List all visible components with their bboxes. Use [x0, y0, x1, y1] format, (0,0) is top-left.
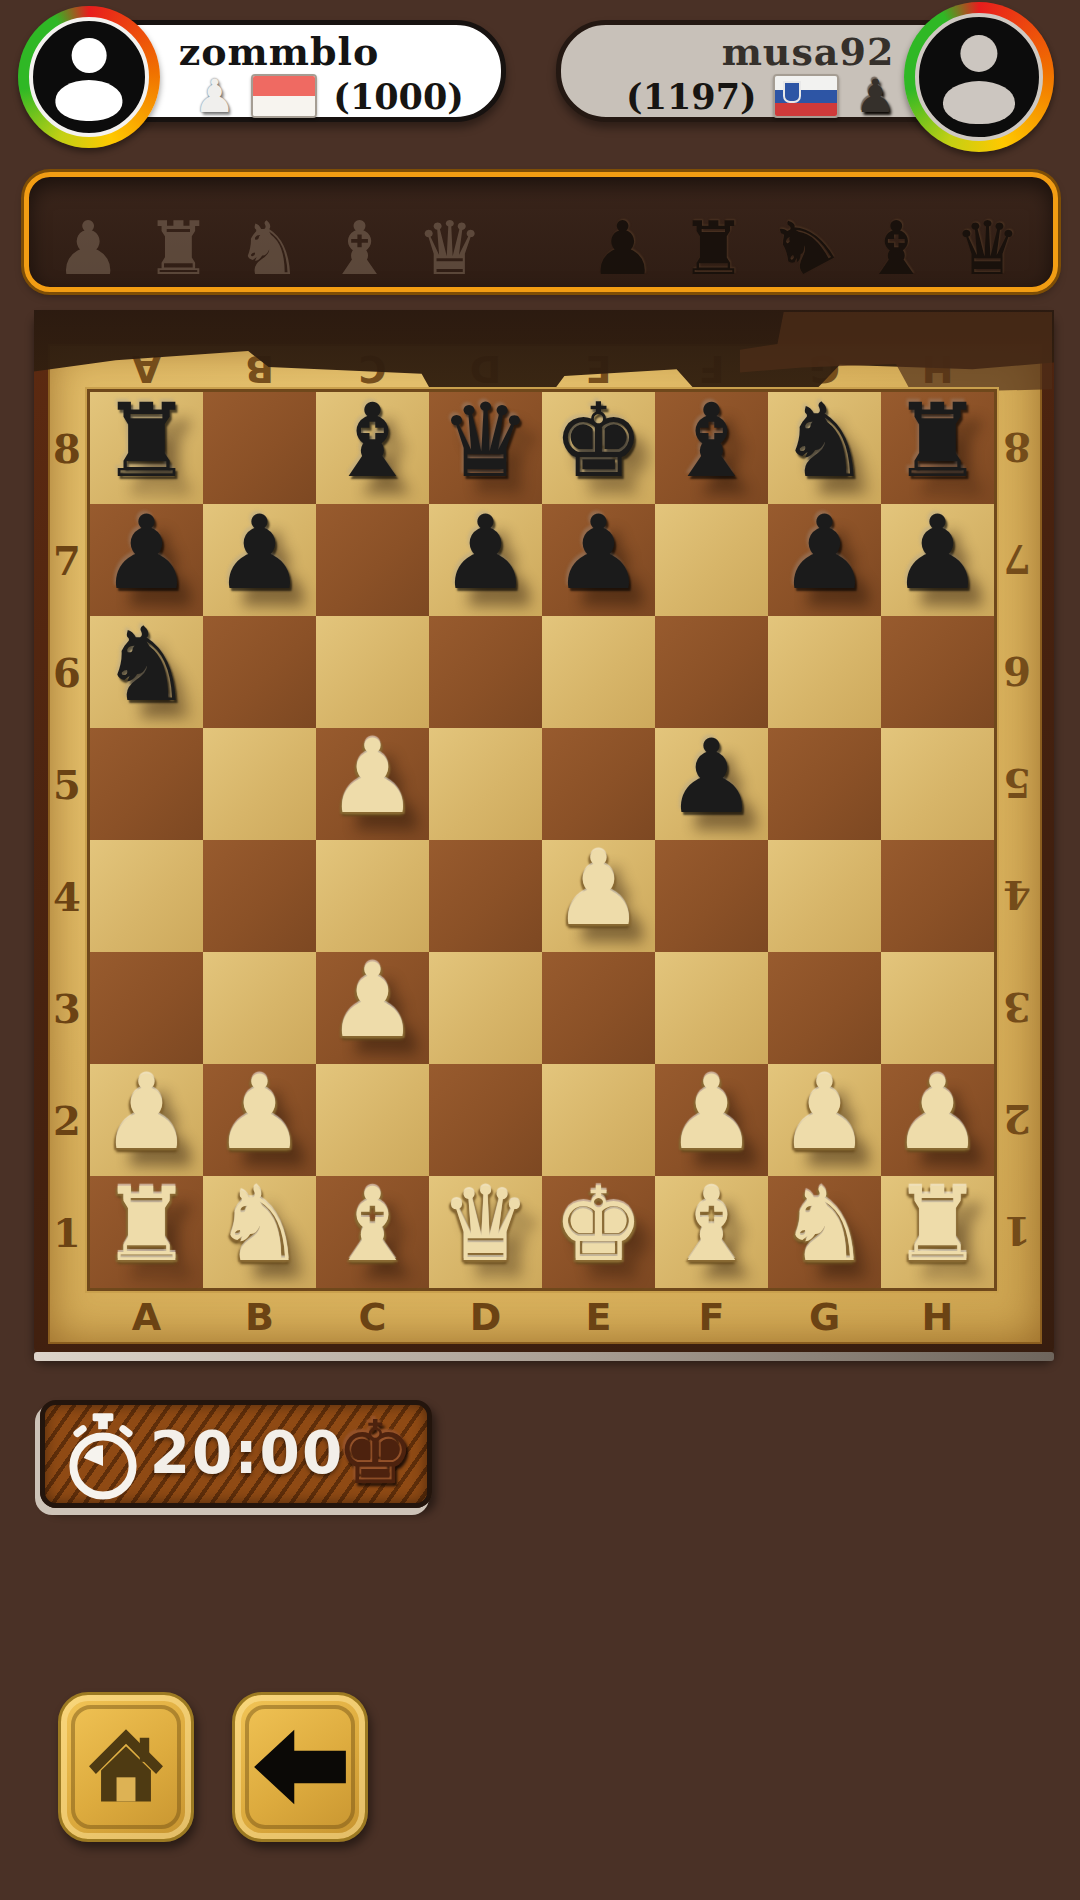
square-f5[interactable]: ♟	[655, 728, 768, 840]
black-pawn: ♟	[881, 497, 994, 609]
black-pawn-icon: ♟	[855, 73, 896, 119]
home-button[interactable]	[58, 1692, 194, 1842]
square-b1[interactable]: ♞	[203, 1176, 316, 1288]
square-g8[interactable]: ♞	[768, 392, 881, 504]
black-pawn: ♟	[90, 497, 203, 609]
avatar-white[interactable]	[18, 6, 160, 148]
rank-label-6: 6	[46, 616, 88, 728]
square-e5[interactable]	[542, 728, 655, 840]
avatar-person-icon	[915, 13, 1043, 141]
captured-slot-white-rook: ♜	[145, 209, 211, 287]
square-d5[interactable]	[429, 728, 542, 840]
back-button[interactable]	[232, 1692, 368, 1842]
stopwatch-icon	[63, 1413, 143, 1503]
square-d2[interactable]	[429, 1064, 542, 1176]
square-a4[interactable]	[90, 840, 203, 952]
rank-label-5: 5	[46, 728, 88, 840]
square-d6[interactable]	[429, 616, 542, 728]
player-name-white: zommblo	[163, 29, 395, 74]
home-icon	[83, 1724, 169, 1810]
square-a5[interactable]	[90, 728, 203, 840]
avatar-person-icon	[29, 17, 149, 137]
square-d4[interactable]	[429, 840, 542, 952]
captured-slot-white-knight: ♞	[236, 209, 302, 287]
square-a3[interactable]	[90, 952, 203, 1064]
rank-label-right-2: 2	[996, 1064, 1038, 1176]
white-queen: ♛	[429, 1169, 542, 1281]
white-pawn: ♟	[881, 1057, 994, 1169]
white-knight: ♞	[203, 1169, 316, 1281]
square-h7[interactable]: ♟	[881, 504, 994, 616]
captured-slot-black-bishop: ♝	[863, 209, 929, 287]
file-label-f: F	[655, 1292, 768, 1342]
black-king: ♚	[542, 385, 655, 497]
square-h6[interactable]	[881, 616, 994, 728]
game-screen: zommblo ♟ (1000) musa92 (1197) ♟ ♟♜♞♝♛ ♟…	[0, 0, 1080, 1900]
rank-label-8: 8	[46, 392, 88, 504]
square-d3[interactable]	[429, 952, 542, 1064]
player-info-black: (1197) ♟	[561, 73, 961, 119]
square-f2[interactable]: ♟	[655, 1064, 768, 1176]
square-c7[interactable]	[316, 504, 429, 616]
captured-white-slots: ♟♜♞♝♛	[43, 177, 495, 287]
captured-slot-white-pawn: ♟	[55, 209, 121, 287]
white-bishop: ♝	[655, 1169, 768, 1281]
black-queen: ♛	[429, 385, 542, 497]
back-arrow-icon	[252, 1724, 348, 1810]
captured-slot-black-queen: ♛	[954, 209, 1020, 287]
square-b8[interactable]	[203, 392, 316, 504]
square-g7[interactable]: ♟	[768, 504, 881, 616]
slovenia-flag-icon	[773, 74, 839, 118]
square-b3[interactable]	[203, 952, 316, 1064]
square-b4[interactable]	[203, 840, 316, 952]
black-bishop: ♝	[316, 385, 429, 497]
file-label-b: B	[203, 1292, 316, 1342]
captured-slot-black-pawn: ♟	[589, 209, 655, 287]
file-label-c: C	[316, 1292, 429, 1342]
square-f1[interactable]: ♝	[655, 1176, 768, 1288]
square-f7[interactable]	[655, 504, 768, 616]
square-c2[interactable]	[316, 1064, 429, 1176]
captured-slot-black-knight: ♞	[755, 194, 850, 294]
file-label-h: H	[881, 1292, 994, 1342]
square-a6[interactable]: ♞	[90, 616, 203, 728]
square-a1[interactable]: ♜	[90, 1176, 203, 1288]
file-label-d: D	[429, 1292, 542, 1342]
black-knight: ♞	[90, 609, 203, 721]
square-g4[interactable]	[768, 840, 881, 952]
player-info-white: ♟ (1000)	[183, 73, 475, 119]
file-label-e: E	[542, 1292, 655, 1342]
black-rook: ♜	[881, 385, 994, 497]
square-e3[interactable]	[542, 952, 655, 1064]
black-pawn: ♟	[655, 721, 768, 833]
rank-label-3: 3	[46, 952, 88, 1064]
white-pawn: ♟	[90, 1057, 203, 1169]
square-c6[interactable]	[316, 616, 429, 728]
square-e2[interactable]	[542, 1064, 655, 1176]
rank-label-2: 2	[46, 1064, 88, 1176]
square-e7[interactable]: ♟	[542, 504, 655, 616]
square-h8[interactable]: ♜	[881, 392, 994, 504]
black-rook: ♜	[90, 385, 203, 497]
square-c4[interactable]	[316, 840, 429, 952]
captured-black-slots: ♟♜♞♝♛	[577, 177, 1033, 287]
white-pawn: ♟	[203, 1057, 316, 1169]
indonesia-flag-icon	[251, 74, 317, 118]
square-b6[interactable]	[203, 616, 316, 728]
white-knight: ♞	[768, 1169, 881, 1281]
file-label-a: A	[90, 1292, 203, 1342]
rank-label-1: 1	[46, 1176, 88, 1288]
square-b5[interactable]	[203, 728, 316, 840]
square-d1[interactable]: ♛	[429, 1176, 542, 1288]
white-rook: ♜	[881, 1169, 994, 1281]
square-b2[interactable]: ♟	[203, 1064, 316, 1176]
captured-slot-white-bishop: ♝	[326, 209, 392, 287]
rank-label-right-3: 3	[996, 952, 1038, 1064]
white-pawn: ♟	[655, 1057, 768, 1169]
square-g6[interactable]	[768, 616, 881, 728]
square-c3[interactable]: ♟	[316, 952, 429, 1064]
square-a2[interactable]: ♟	[90, 1064, 203, 1176]
square-b7[interactable]: ♟	[203, 504, 316, 616]
square-e6[interactable]	[542, 616, 655, 728]
rank-label-right-6: 6	[996, 616, 1038, 728]
turn-indicator-black-king-icon: ♚	[336, 1401, 415, 1505]
player-rating-white: (1000)	[333, 76, 464, 117]
square-f6[interactable]	[655, 616, 768, 728]
avatar-black[interactable]	[904, 2, 1054, 152]
captured-slot-white-queen: ♛	[417, 209, 483, 287]
white-bishop: ♝	[316, 1169, 429, 1281]
white-pawn: ♟	[768, 1057, 881, 1169]
white-pawn: ♟	[316, 721, 429, 833]
white-rook: ♜	[90, 1169, 203, 1281]
black-bishop: ♝	[655, 385, 768, 497]
file-label-g: G	[768, 1292, 881, 1342]
square-f8[interactable]: ♝	[655, 392, 768, 504]
black-pawn: ♟	[203, 497, 316, 609]
black-pawn: ♟	[768, 497, 881, 609]
square-c8[interactable]: ♝	[316, 392, 429, 504]
player-rating-black: (1197)	[626, 76, 757, 117]
square-g2[interactable]: ♟	[768, 1064, 881, 1176]
rank-label-right-1: 1	[996, 1176, 1038, 1288]
square-g3[interactable]	[768, 952, 881, 1064]
black-knight: ♞	[768, 385, 881, 497]
square-h2[interactable]: ♟	[881, 1064, 994, 1176]
timer-panel: 20:00 ♚	[40, 1400, 432, 1508]
white-pawn: ♟	[542, 833, 655, 945]
white-king: ♚	[542, 1169, 655, 1281]
rank-label-4: 4	[46, 840, 88, 952]
square-g5[interactable]	[768, 728, 881, 840]
square-d7[interactable]: ♟	[429, 504, 542, 616]
rank-label-right-5: 5	[996, 728, 1038, 840]
rank-label-7: 7	[46, 504, 88, 616]
black-pawn: ♟	[429, 497, 542, 609]
square-h5[interactable]	[881, 728, 994, 840]
square-e8[interactable]: ♚	[542, 392, 655, 504]
square-a8[interactable]: ♜	[90, 392, 203, 504]
square-h3[interactable]	[881, 952, 994, 1064]
square-g1[interactable]: ♞	[768, 1176, 881, 1288]
square-c1[interactable]: ♝	[316, 1176, 429, 1288]
square-e4[interactable]: ♟	[542, 840, 655, 952]
square-d8[interactable]: ♛	[429, 392, 542, 504]
black-pawn: ♟	[542, 497, 655, 609]
white-pawn: ♟	[316, 945, 429, 1057]
captured-pieces-tray: ♟♜♞♝♛ ♟♜♞♝♛	[24, 172, 1058, 292]
square-h1[interactable]: ♜	[881, 1176, 994, 1288]
square-f4[interactable]	[655, 840, 768, 952]
white-pawn-icon: ♟	[194, 73, 235, 119]
time-remaining: 20:00	[149, 1419, 345, 1487]
square-h4[interactable]	[881, 840, 994, 952]
square-a7[interactable]: ♟	[90, 504, 203, 616]
board-frame-bevel	[34, 1352, 1054, 1361]
square-e1[interactable]: ♚	[542, 1176, 655, 1288]
square-f3[interactable]	[655, 952, 768, 1064]
rank-label-right-7: 7	[996, 504, 1038, 616]
board-squares: ♜♝♛♚♝♞♜♟♟♟♟♟♟♞♟♟♟♟♟♟♟♟♟♜♞♝♛♚♝♞♜	[90, 392, 994, 1288]
rank-label-right-8: 8	[996, 392, 1038, 504]
captured-slot-black-rook: ♜	[681, 209, 747, 287]
square-c5[interactable]: ♟	[316, 728, 429, 840]
rank-label-right-4: 4	[996, 840, 1038, 952]
